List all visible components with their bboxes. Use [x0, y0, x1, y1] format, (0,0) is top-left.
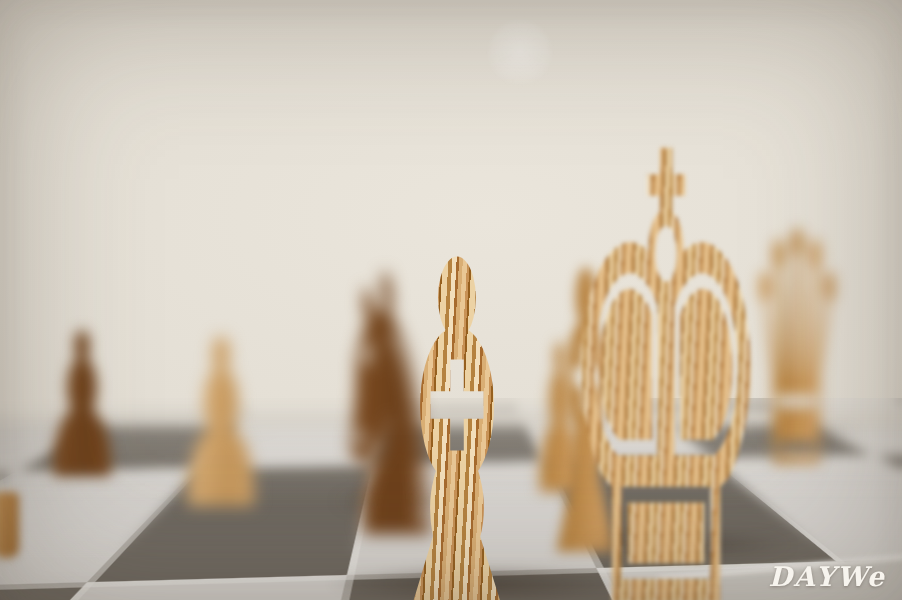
light-pawn-piece: ♟ — [166, 316, 276, 488]
light-king-piece: ♚ — [548, 104, 783, 552]
pawn-glyph: ♟ — [171, 310, 271, 543]
knight-shadow — [330, 490, 470, 512]
bokeh-highlight — [488, 20, 552, 88]
pawn-glyph: ♟ — [529, 318, 591, 524]
chess-photo: ♟ ♟ ♞ ♟ ♝ ♛ ♚ ♝ DAYWe — [0, 0, 902, 600]
king-glyph: ♚ — [558, 76, 774, 600]
bishop-glyph: ♝ — [351, 197, 562, 600]
king-shadow — [584, 530, 794, 560]
photographer-watermark: DAYWe — [768, 561, 886, 592]
background-bishop-piece: ♝ — [526, 230, 646, 520]
foreground-bishop-piece: ♝ — [342, 215, 572, 597]
queen-glyph: ♛ — [747, 191, 847, 514]
background-pawn-piece: ♟ — [528, 323, 592, 475]
depth-of-field-blur — [0, 398, 902, 558]
dark-knight-piece: ♞ — [322, 237, 458, 505]
board-far-edge — [0, 408, 902, 426]
dark-pawn-piece: ♟ — [34, 312, 130, 460]
light-queen-piece: ♛ — [742, 205, 852, 437]
bishop-shadow — [328, 564, 628, 600]
pawn-glyph: ♟ — [39, 307, 125, 507]
queen-shadow — [744, 424, 864, 442]
vignette — [0, 0, 902, 600]
cropped-piece-base — [0, 492, 19, 558]
chessboard — [0, 406, 902, 600]
bishop-glyph: ♝ — [529, 222, 643, 600]
knight-glyph: ♞ — [327, 229, 453, 592]
chessboard-squares — [0, 131, 902, 426]
